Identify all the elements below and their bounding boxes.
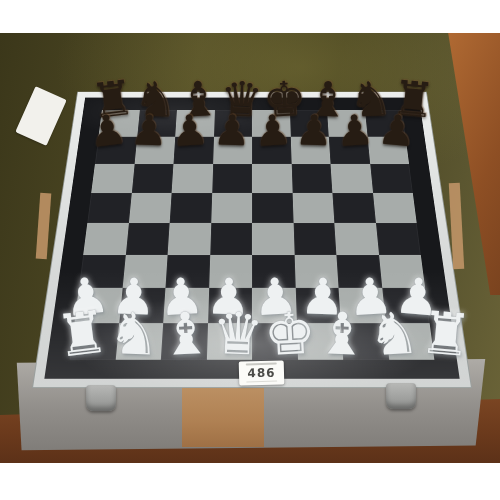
square-d2 <box>208 288 252 323</box>
square-h8 <box>365 110 406 136</box>
square-b4 <box>125 223 169 255</box>
top-margin <box>0 0 500 33</box>
square-e7 <box>252 136 291 163</box>
frame-tape-left <box>36 193 52 260</box>
square-f7 <box>290 136 330 163</box>
square-a8 <box>98 110 139 136</box>
square-b2 <box>119 288 166 323</box>
square-a7 <box>95 136 137 163</box>
square-f2 <box>295 288 341 323</box>
square-c2 <box>163 288 209 323</box>
square-d4 <box>210 223 252 255</box>
square-f3 <box>294 255 338 288</box>
square-c8 <box>175 110 214 136</box>
square-g7 <box>329 136 370 163</box>
square-c7 <box>173 136 213 163</box>
square-a6 <box>91 164 134 193</box>
square-c3 <box>165 255 209 288</box>
square-d7 <box>213 136 252 163</box>
square-e6 <box>252 164 292 193</box>
square-a4 <box>83 223 128 255</box>
lot-tag-smallprint-bottom <box>246 381 277 383</box>
square-f5 <box>292 193 334 223</box>
square-f6 <box>291 164 332 193</box>
square-d8 <box>214 110 252 136</box>
photo-area: ♜♞♝♛♚♝♞♜♟♟♟♟♟♟♟♟♟♟♟♟♟♟♟♟♜♞♝♛♚♝♞♜ 486 <box>0 33 500 463</box>
square-b7 <box>134 136 175 163</box>
square-g6 <box>331 164 373 193</box>
square-d1 <box>206 323 252 360</box>
square-f4 <box>293 223 336 255</box>
square-e3 <box>252 255 295 288</box>
lot-tag: 486 <box>239 360 285 385</box>
square-c4 <box>168 223 211 255</box>
square-d6 <box>212 164 252 193</box>
square-g4 <box>334 223 378 255</box>
square-e8 <box>252 110 290 136</box>
square-h1 <box>385 323 434 360</box>
square-b3 <box>122 255 167 288</box>
square-a5 <box>87 193 131 223</box>
square-a1 <box>70 323 119 360</box>
square-b1 <box>115 323 163 360</box>
square-e2 <box>252 288 296 323</box>
square-g1 <box>341 323 389 360</box>
board-clip-left <box>86 385 116 411</box>
square-g5 <box>332 193 375 223</box>
square-c1 <box>161 323 208 360</box>
square-a3 <box>79 255 125 288</box>
bottom-margin <box>0 463 500 500</box>
square-h7 <box>367 136 409 163</box>
square-g8 <box>327 110 367 136</box>
square-h2 <box>382 288 430 323</box>
square-h6 <box>370 164 413 193</box>
glass-chessboard <box>32 92 472 388</box>
board-border <box>44 98 459 379</box>
square-c5 <box>170 193 212 223</box>
square-e1 <box>252 323 298 360</box>
square-d3 <box>209 255 252 288</box>
paper-scrap <box>15 86 66 146</box>
board-clip-right <box>386 383 416 409</box>
board-frame <box>32 92 472 388</box>
square-h3 <box>379 255 425 288</box>
square-g3 <box>336 255 381 288</box>
lot-number: 486 <box>239 365 284 381</box>
square-h4 <box>376 223 421 255</box>
square-b8 <box>137 110 177 136</box>
square-g2 <box>339 288 386 323</box>
square-d5 <box>211 193 252 223</box>
square-c6 <box>172 164 213 193</box>
square-b5 <box>128 193 171 223</box>
square-f8 <box>290 110 329 136</box>
square-e5 <box>252 193 293 223</box>
square-b6 <box>131 164 173 193</box>
square-a2 <box>74 288 122 323</box>
board-grid <box>70 110 435 360</box>
square-f1 <box>296 323 343 360</box>
square-e4 <box>252 223 294 255</box>
square-h5 <box>373 193 417 223</box>
